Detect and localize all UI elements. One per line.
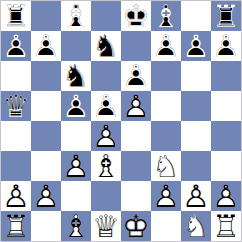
white-pawn[interactable]: ♟♙ [31,181,61,211]
white-pawn-outline-glyph: ♙ [1,181,31,211]
white-pawn-outline-glyph: ♙ [151,181,181,211]
square-b1[interactable] [31,211,61,241]
black-rook-outline-glyph: ♖ [1,1,31,31]
square-a1[interactable]: ♜♖ [1,211,31,241]
chess-board: ♜♖♝♗♚♔♝♗♜♖♟♙♟♙♞♘♟♙♟♙♟♙♞♘♟♙♛♕♟♙♟♙♟♙♟♙♟♙♝♗… [0,0,242,242]
square-d7[interactable]: ♞♘ [91,31,121,61]
white-king-outline-glyph: ♔ [121,211,151,241]
white-knight-outline-glyph: ♘ [151,151,181,181]
white-pawn[interactable]: ♟♙ [151,181,181,211]
square-g7[interactable]: ♟♙ [181,31,211,61]
white-bishop-outline-glyph: ♗ [91,151,121,181]
square-h7[interactable]: ♟♙ [211,31,241,61]
white-queen-outline-glyph: ♕ [91,211,121,241]
square-a2[interactable]: ♟♙ [1,181,31,211]
square-c5[interactable]: ♟♙ [61,91,91,121]
black-pawn-fill-glyph: ♟ [151,31,181,61]
black-rook-outline-glyph: ♖ [211,1,241,31]
black-queen[interactable]: ♛♕ [1,91,31,121]
black-pawn-fill-glyph: ♟ [181,31,211,61]
white-rook-fill-glyph: ♜ [1,211,31,241]
white-knight[interactable]: ♞♘ [181,211,211,241]
square-e8[interactable]: ♚♔ [121,1,151,31]
black-pawn[interactable]: ♟♙ [211,31,241,61]
square-e6[interactable]: ♟♙ [121,61,151,91]
white-king-fill-glyph: ♚ [121,211,151,241]
square-f1[interactable] [151,211,181,241]
black-pawn-fill-glyph: ♟ [31,31,61,61]
black-bishop[interactable]: ♝♗ [151,1,181,31]
black-king-fill-glyph: ♚ [121,1,151,31]
square-h8[interactable]: ♜♖ [211,1,241,31]
black-bishop[interactable]: ♝♗ [61,1,91,31]
square-f8[interactable]: ♝♗ [151,1,181,31]
square-f7[interactable]: ♟♙ [151,31,181,61]
black-king-outline-glyph: ♔ [121,1,151,31]
square-c4[interactable] [61,121,91,151]
white-rook[interactable]: ♜♖ [1,211,31,241]
square-e5[interactable]: ♟♙ [121,91,151,121]
white-pawn-outline-glyph: ♙ [211,181,241,211]
white-pawn[interactable]: ♟♙ [181,181,211,211]
square-g1[interactable]: ♞♘ [181,211,211,241]
black-bishop-fill-glyph: ♝ [151,1,181,31]
white-pawn-outline-glyph: ♙ [181,181,211,211]
black-bishop-outline-glyph: ♗ [61,1,91,31]
square-c7[interactable] [61,31,91,61]
white-bishop[interactable]: ♝♗ [91,151,121,181]
white-rook[interactable]: ♜♖ [211,211,241,241]
black-rook-fill-glyph: ♜ [211,1,241,31]
white-queen[interactable]: ♛♕ [91,211,121,241]
black-pawn[interactable]: ♟♙ [121,61,151,91]
square-h4[interactable] [211,121,241,151]
square-f6[interactable] [151,61,181,91]
white-bishop-fill-glyph: ♝ [61,211,91,241]
black-pawn-fill-glyph: ♟ [211,31,241,61]
square-c1[interactable]: ♝♗ [61,211,91,241]
white-rook-outline-glyph: ♖ [1,211,31,241]
square-d4[interactable]: ♟♙ [91,121,121,151]
square-c3[interactable]: ♟♙ [61,151,91,181]
black-pawn-outline-glyph: ♙ [1,31,31,61]
black-rook[interactable]: ♜♖ [211,1,241,31]
white-pawn-fill-glyph: ♟ [1,181,31,211]
square-e4[interactable] [121,121,151,151]
square-d3[interactable]: ♝♗ [91,151,121,181]
white-pawn-outline-glyph: ♙ [91,121,121,151]
chess-board-window: ♜♖♝♗♚♔♝♗♜♖♟♙♟♙♞♘♟♙♟♙♟♙♞♘♟♙♛♕♟♙♟♙♟♙♟♙♟♙♝♗… [0,0,242,242]
square-e7[interactable] [121,31,151,61]
black-pawn[interactable]: ♟♙ [61,91,91,121]
square-a6[interactable] [1,61,31,91]
white-bishop-outline-glyph: ♗ [61,211,91,241]
black-pawn[interactable]: ♟♙ [31,31,61,61]
square-f5[interactable] [151,91,181,121]
square-f3[interactable]: ♞♘ [151,151,181,181]
white-pawn[interactable]: ♟♙ [1,181,31,211]
square-d8[interactable] [91,1,121,31]
square-h1[interactable]: ♜♖ [211,211,241,241]
square-b7[interactable]: ♟♙ [31,31,61,61]
square-a8[interactable]: ♜♖ [1,1,31,31]
black-queen-outline-glyph: ♕ [1,91,31,121]
black-pawn-outline-glyph: ♙ [91,91,121,121]
black-pawn[interactable]: ♟♙ [181,31,211,61]
square-b6[interactable] [31,61,61,91]
square-g6[interactable] [181,61,211,91]
square-d1[interactable]: ♛♕ [91,211,121,241]
white-queen-fill-glyph: ♛ [91,211,121,241]
white-pawn-fill-glyph: ♟ [61,151,91,181]
black-rook[interactable]: ♜♖ [1,1,31,31]
white-pawn-fill-glyph: ♟ [31,181,61,211]
black-pawn-outline-glyph: ♙ [151,31,181,61]
white-knight-outline-glyph: ♘ [181,211,211,241]
square-e2[interactable] [121,181,151,211]
white-knight-fill-glyph: ♞ [181,211,211,241]
black-knight-fill-glyph: ♞ [61,61,91,91]
square-d5[interactable]: ♟♙ [91,91,121,121]
white-pawn-fill-glyph: ♟ [181,181,211,211]
black-knight-outline-glyph: ♘ [61,61,91,91]
white-pawn[interactable]: ♟♙ [211,181,241,211]
black-pawn-outline-glyph: ♙ [61,91,91,121]
white-pawn-fill-glyph: ♟ [151,181,181,211]
square-g8[interactable] [181,1,211,31]
black-pawn-fill-glyph: ♟ [91,91,121,121]
white-knight-fill-glyph: ♞ [151,151,181,181]
white-king[interactable]: ♚♔ [121,211,151,241]
white-pawn[interactable]: ♟♙ [61,151,91,181]
black-king[interactable]: ♚♔ [121,1,151,31]
square-h2[interactable]: ♟♙ [211,181,241,211]
black-pawn-fill-glyph: ♟ [121,61,151,91]
white-pawn[interactable]: ♟♙ [121,91,151,121]
square-g4[interactable] [181,121,211,151]
square-c8[interactable]: ♝♗ [61,1,91,31]
square-b4[interactable] [31,121,61,151]
square-f4[interactable] [151,121,181,151]
square-c2[interactable] [61,181,91,211]
white-pawn-fill-glyph: ♟ [91,121,121,151]
square-c6[interactable]: ♞♘ [61,61,91,91]
square-b8[interactable] [31,1,61,31]
white-knight[interactable]: ♞♘ [151,151,181,181]
black-pawn-outline-glyph: ♙ [121,61,151,91]
white-pawn-outline-glyph: ♙ [31,181,61,211]
square-d6[interactable] [91,61,121,91]
black-pawn-fill-glyph: ♟ [61,91,91,121]
square-d2[interactable] [91,181,121,211]
square-e3[interactable] [121,151,151,181]
white-bishop-fill-glyph: ♝ [91,151,121,181]
black-pawn[interactable]: ♟♙ [91,91,121,121]
square-g2[interactable]: ♟♙ [181,181,211,211]
black-knight-outline-glyph: ♘ [91,31,121,61]
square-a7[interactable]: ♟♙ [1,31,31,61]
black-queen-fill-glyph: ♛ [1,91,31,121]
black-knight[interactable]: ♞♘ [91,31,121,61]
square-g3[interactable] [181,151,211,181]
white-pawn[interactable]: ♟♙ [91,121,121,151]
black-knight-fill-glyph: ♞ [91,31,121,61]
square-h6[interactable] [211,61,241,91]
white-pawn-outline-glyph: ♙ [121,91,151,121]
black-pawn-fill-glyph: ♟ [1,31,31,61]
square-a4[interactable] [1,121,31,151]
black-knight[interactable]: ♞♘ [61,61,91,91]
square-b5[interactable] [31,91,61,121]
black-pawn-outline-glyph: ♙ [31,31,61,61]
white-pawn-fill-glyph: ♟ [211,181,241,211]
black-pawn[interactable]: ♟♙ [151,31,181,61]
white-bishop[interactable]: ♝♗ [61,211,91,241]
square-b3[interactable] [31,151,61,181]
white-pawn-fill-glyph: ♟ [121,91,151,121]
black-pawn[interactable]: ♟♙ [1,31,31,61]
black-rook-fill-glyph: ♜ [1,1,31,31]
black-pawn-outline-glyph: ♙ [181,31,211,61]
white-pawn-outline-glyph: ♙ [61,151,91,181]
square-e1[interactable]: ♚♔ [121,211,151,241]
square-a3[interactable] [1,151,31,181]
black-bishop-outline-glyph: ♗ [151,1,181,31]
square-h5[interactable] [211,91,241,121]
white-rook-fill-glyph: ♜ [211,211,241,241]
square-b2[interactable]: ♟♙ [31,181,61,211]
black-bishop-fill-glyph: ♝ [61,1,91,31]
black-pawn-outline-glyph: ♙ [211,31,241,61]
square-h3[interactable] [211,151,241,181]
square-a5[interactable]: ♛♕ [1,91,31,121]
square-g5[interactable] [181,91,211,121]
white-rook-outline-glyph: ♖ [211,211,241,241]
square-f2[interactable]: ♟♙ [151,181,181,211]
